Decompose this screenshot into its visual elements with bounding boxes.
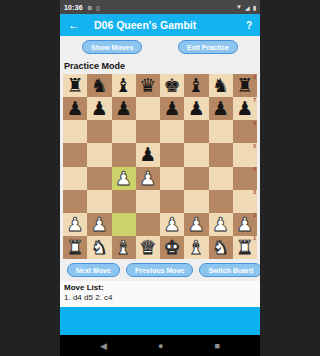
back-button[interactable]: ← [68,18,80,32]
square-c3[interactable] [112,190,136,213]
nav-home-icon[interactable]: ● [158,341,163,351]
piece-black-pawn: ♟ [91,99,108,118]
square-b8[interactable]: ♞ [87,74,111,97]
show-moves-button[interactable]: Show Moves [82,40,142,54]
piece-black-pawn: ♟ [212,99,229,118]
square-e8[interactable]: ♚ [160,74,184,97]
piece-black-king: ♚ [164,76,181,95]
square-e7[interactable]: ♟ [160,97,184,120]
square-a6[interactable] [63,120,87,143]
square-c2[interactable] [112,213,136,236]
piece-white-pawn: ♟ [115,169,132,188]
piece-black-pawn: ♟ [115,99,132,118]
piece-black-pawn: ♟ [139,145,156,164]
square-d6[interactable] [136,120,160,143]
square-g8[interactable]: ♞ [209,74,233,97]
piece-white-pawn: ♟ [67,215,84,234]
square-g1[interactable]: ♞ [209,236,233,259]
square-h7[interactable]: ♟7 [233,97,257,120]
move-list-text: 1. d4 d5 2. c4 [64,293,256,302]
square-e4[interactable] [160,167,184,190]
rank-label: 8 [253,75,256,80]
piece-black-rook: ♜ [67,76,84,95]
piece-black-queen: ♛ [139,76,156,95]
piece-black-knight: ♞ [212,76,229,95]
rank-label: 2 [253,213,256,218]
square-c6[interactable] [112,120,136,143]
status-icons: ▼ ◢ ▮ [233,4,256,11]
piece-white-pawn: ♟ [91,215,108,234]
square-h3[interactable]: 3 [233,190,257,213]
square-g2[interactable]: ♟ [209,213,233,236]
banner-bar [60,307,260,335]
square-a4[interactable] [63,167,87,190]
square-a3[interactable] [63,190,87,213]
square-f7[interactable]: ♟ [184,97,208,120]
previous-move-button[interactable]: Previous Move [126,263,193,277]
piece-white-pawn: ♟ [188,215,205,234]
rank-label: 4 [253,167,256,172]
square-f5[interactable] [184,143,208,166]
square-d3[interactable] [136,190,160,213]
square-f4[interactable] [184,167,208,190]
help-icon: ? [246,20,252,31]
square-a8[interactable]: ♜ [63,74,87,97]
square-c1[interactable]: ♝ [112,236,136,259]
rank-label: 1 [253,236,256,241]
square-b1[interactable]: ♞ [87,236,111,259]
status-bar: 10:36 ⚙ ▯ ▼ ◢ ▮ [60,0,260,14]
square-f6[interactable] [184,120,208,143]
bottom-controls: Next Move Previous Move Switch Board [60,259,260,281]
square-f1[interactable]: ♝ [184,236,208,259]
square-e2[interactable]: ♟ [160,213,184,236]
piece-white-bishop: ♝ [115,238,132,257]
nav-back-icon[interactable]: ◀ [100,341,107,351]
piece-white-queen: ♛ [139,238,156,257]
nav-recents-icon[interactable]: ■ [215,341,220,351]
switch-board-button[interactable]: Switch Board [199,263,260,277]
rank-label: 5 [253,144,256,149]
square-a7[interactable]: ♟ [63,97,87,120]
piece-black-pawn: ♟ [164,99,181,118]
clock-time: 10:36 [64,4,83,11]
wifi-icon: ▼ [236,4,242,10]
square-g6[interactable] [209,120,233,143]
square-f2[interactable]: ♟ [184,213,208,236]
square-d8[interactable]: ♛ [136,74,160,97]
square-d2[interactable] [136,213,160,236]
rank-label: 3 [253,190,256,195]
piece-white-king: ♚ [164,238,181,257]
app-bar: ← D06 Queen's Gambit ? [60,14,260,36]
square-b2[interactable]: ♟ [87,213,111,236]
top-toolbar: Show Moves Exit Practice [60,36,260,56]
square-h4[interactable]: 4 [233,167,257,190]
square-b7[interactable]: ♟ [87,97,111,120]
square-e3[interactable] [160,190,184,213]
square-c7[interactable]: ♟ [112,97,136,120]
square-d1[interactable]: ♛ [136,236,160,259]
back-arrow-icon: ← [68,18,80,32]
move-list-label: Move List: [64,283,256,292]
piece-black-rook: ♜ [236,76,253,95]
gear-icon: ⚙ [87,4,92,11]
screen: 10:36 ⚙ ▯ ▼ ◢ ▮ ← D06 Queen's Gambit ? S… [60,0,260,356]
move-list-panel: Move List: 1. d4 d5 2. c4 [60,281,260,307]
square-g7[interactable]: ♟ [209,97,233,120]
square-g3[interactable] [209,190,233,213]
square-f8[interactable]: ♝ [184,74,208,97]
battery-icon: ▮ [253,4,256,11]
square-b5[interactable] [87,143,111,166]
piece-white-rook: ♜ [67,238,84,257]
chess-board: ♜♞♝♛♚♝♞♜8♟♟♟♟♟♟♟76♟5♟♟43♟♟♟♟♟♟2♜♞♝♛♚♝♞♜1 [63,74,257,259]
piece-white-knight: ♞ [91,238,108,257]
practice-mode-label: Practice Mode [60,56,260,74]
square-d5[interactable]: ♟ [136,143,160,166]
piece-white-bishop: ♝ [188,238,205,257]
square-h1[interactable]: ♜1 [233,236,257,259]
square-h8[interactable]: ♜8 [233,74,257,97]
piece-black-pawn: ♟ [236,99,253,118]
square-b3[interactable] [87,190,111,213]
square-c5[interactable] [112,143,136,166]
square-c8[interactable]: ♝ [112,74,136,97]
piece-black-knight: ♞ [91,76,108,95]
square-a2[interactable]: ♟ [63,213,87,236]
square-g5[interactable] [209,143,233,166]
piece-black-bishop: ♝ [188,76,205,95]
next-move-button[interactable]: Next Move [67,263,120,277]
android-nav-bar: ◀ ● ■ [60,335,260,356]
square-b6[interactable] [87,120,111,143]
square-h5[interactable]: 5 [233,143,257,166]
piece-white-pawn: ♟ [212,215,229,234]
square-h6[interactable]: 6 [233,120,257,143]
piece-white-knight: ♞ [212,238,229,257]
signal-icon: ◢ [245,4,250,11]
piece-white-rook: ♜ [236,238,253,257]
square-h2[interactable]: ♟2 [233,213,257,236]
square-e5[interactable] [160,143,184,166]
square-d4[interactable]: ♟ [136,167,160,190]
square-e1[interactable]: ♚ [160,236,184,259]
exit-practice-button[interactable]: Exit Practice [178,40,238,54]
piece-black-pawn: ♟ [188,99,205,118]
storage-icon: ▯ [96,4,99,11]
piece-black-bishop: ♝ [115,76,132,95]
piece-white-pawn: ♟ [164,215,181,234]
piece-black-pawn: ♟ [67,99,84,118]
square-a5[interactable] [63,143,87,166]
piece-white-pawn: ♟ [139,169,156,188]
help-button[interactable]: ? [246,20,252,31]
square-b4[interactable] [87,167,111,190]
square-a1[interactable]: ♜ [63,236,87,259]
rank-label: 6 [253,121,256,126]
square-d7[interactable] [136,97,160,120]
piece-white-pawn: ♟ [236,215,253,234]
rank-label: 7 [253,98,256,103]
square-e6[interactable] [160,120,184,143]
square-g4[interactable] [209,167,233,190]
page-title: D06 Queen's Gambit [94,19,196,31]
square-f3[interactable] [184,190,208,213]
square-c4[interactable]: ♟ [112,167,136,190]
